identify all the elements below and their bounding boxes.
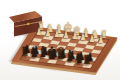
board-square <box>82 64 93 69</box>
chess-set-product-photo[interactable]: ♜♞♝♚♛♝♞♜♟♟♟♟♟♟♟♟♟♟♟♟♟♟♟♟♜♞♝♚♛♝♞♜ <box>0 0 120 80</box>
wooden-box <box>6 11 50 43</box>
